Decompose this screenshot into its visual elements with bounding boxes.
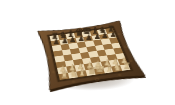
piece-black-pawn[interactable]: ♟ [52,37,60,45]
piece-black-pawn[interactable]: ♟ [84,33,92,41]
piece-white-knight[interactable]: ♞ [113,63,122,72]
piece-white-bishop[interactable]: ♝ [78,68,87,77]
piece-white-rook[interactable]: ♜ [121,61,130,70]
piece-white-queen[interactable]: ♛ [87,66,96,75]
piece-black-pawn[interactable]: ♟ [76,34,84,42]
piece-white-knight[interactable]: ♞ [69,69,78,78]
piece-black-pawn[interactable]: ♟ [108,30,116,38]
piece-black-pawn[interactable]: ♟ [60,36,68,44]
product-photo: ♜♞♝♛♚♝♞♜♟♟♟♟♟♟♟♟♟♟♟♟♟♟♟♟♜♞♝♛♚♝♞♜ [0,0,175,105]
piece-black-pawn[interactable]: ♟ [92,32,100,40]
piece-black-pawn[interactable]: ♟ [100,31,108,39]
scene: ♜♞♝♛♚♝♞♜♟♟♟♟♟♟♟♟♟♟♟♟♟♟♟♟♜♞♝♛♚♝♞♜ [0,0,175,105]
piece-black-pawn[interactable]: ♟ [68,35,76,43]
piece-white-rook[interactable]: ♜ [60,70,69,79]
chess-board: ♜♞♝♛♚♝♞♜♟♟♟♟♟♟♟♟♟♟♟♟♟♟♟♟♜♞♝♛♚♝♞♜ [35,19,149,93]
